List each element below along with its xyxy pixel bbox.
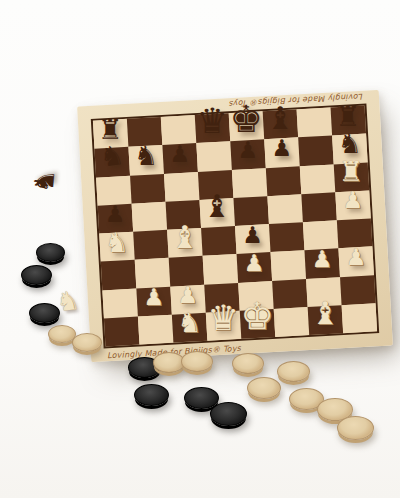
square-d8 xyxy=(195,113,231,143)
square-b1 xyxy=(138,314,174,344)
draughts-disc-black xyxy=(134,384,169,406)
square-h6 xyxy=(334,162,370,192)
draughts-disc-natural xyxy=(181,351,213,372)
square-g1 xyxy=(308,305,344,335)
draughts-disc-natural xyxy=(337,416,374,440)
square-c1 xyxy=(172,313,208,343)
square-g4 xyxy=(303,220,339,250)
square-a2 xyxy=(102,288,138,318)
square-e1 xyxy=(240,309,276,339)
square-b2 xyxy=(136,286,172,316)
square-f7 xyxy=(264,138,300,168)
square-c7 xyxy=(162,143,198,173)
square-h7 xyxy=(332,134,368,164)
square-d7 xyxy=(196,141,232,171)
square-h8 xyxy=(331,106,367,136)
square-c6 xyxy=(164,171,200,201)
square-c8 xyxy=(161,115,197,145)
square-e4 xyxy=(235,224,271,254)
square-d4 xyxy=(201,226,237,256)
square-a5 xyxy=(98,203,134,233)
square-f8 xyxy=(263,109,299,139)
square-d3 xyxy=(203,254,239,284)
draughts-disc-black xyxy=(29,303,60,323)
chess-board: Lovingly Made for Bigjigs® Toys Lovingly… xyxy=(77,90,393,362)
square-c3 xyxy=(169,256,205,286)
square-b6 xyxy=(130,173,166,203)
square-e3 xyxy=(237,252,273,282)
square-e2 xyxy=(238,281,274,311)
square-f5 xyxy=(267,194,303,224)
square-b7 xyxy=(128,145,164,175)
square-g2 xyxy=(306,277,342,307)
square-a4 xyxy=(99,232,135,262)
square-b4 xyxy=(133,230,169,260)
square-d1 xyxy=(206,311,242,341)
draughts-disc-natural xyxy=(277,361,310,382)
square-h1 xyxy=(342,303,378,333)
square-c2 xyxy=(170,284,206,314)
square-a3 xyxy=(101,260,137,290)
square-h3 xyxy=(338,247,374,277)
square-g6 xyxy=(300,164,336,194)
square-b5 xyxy=(132,202,168,232)
square-e8 xyxy=(229,111,265,141)
square-a6 xyxy=(96,175,132,205)
square-e6 xyxy=(232,168,268,198)
square-b8 xyxy=(127,117,163,147)
square-f4 xyxy=(269,222,305,252)
square-h5 xyxy=(335,190,371,220)
draughts-disc-black xyxy=(210,402,247,426)
square-a1 xyxy=(104,316,140,346)
off-board-piece-black-knight: ♞ xyxy=(98,141,126,171)
square-e7 xyxy=(230,139,266,169)
product-photo-scene: Lovingly Made for Bigjigs® Toys Lovingly… xyxy=(0,0,400,498)
square-f6 xyxy=(266,166,302,196)
square-d6 xyxy=(198,170,234,200)
draughts-disc-black xyxy=(21,265,52,285)
draughts-disc-natural xyxy=(232,353,264,374)
draughts-disc-black xyxy=(36,243,65,262)
square-c5 xyxy=(166,200,202,230)
board-grid xyxy=(91,103,379,348)
square-d2 xyxy=(204,282,240,312)
square-d5 xyxy=(199,198,235,228)
off-board-piece-black-knight: ♞ xyxy=(29,168,58,194)
square-h2 xyxy=(340,275,376,305)
draughts-disc-natural xyxy=(247,377,281,399)
square-f3 xyxy=(271,250,307,280)
square-f2 xyxy=(272,279,308,309)
square-e5 xyxy=(233,196,269,226)
square-g7 xyxy=(298,136,334,166)
square-c4 xyxy=(167,228,203,258)
square-h4 xyxy=(337,218,373,248)
square-g5 xyxy=(301,192,337,222)
square-g8 xyxy=(297,107,333,137)
square-b3 xyxy=(135,258,171,288)
square-f1 xyxy=(274,307,310,337)
square-g3 xyxy=(304,249,340,279)
draughts-disc-natural xyxy=(72,333,102,352)
